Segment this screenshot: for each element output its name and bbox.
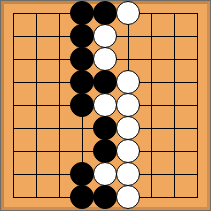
white-stone	[116, 185, 140, 209]
black-stone	[70, 93, 94, 117]
white-stone	[116, 116, 140, 140]
black-stone	[93, 185, 117, 209]
white-stone	[116, 1, 140, 25]
black-stone	[70, 185, 94, 209]
white-stone	[116, 93, 140, 117]
white-stone	[116, 162, 140, 186]
black-stone	[70, 162, 94, 186]
black-stone	[93, 139, 117, 163]
white-stone	[93, 47, 117, 71]
black-stone	[70, 70, 94, 94]
black-stone	[93, 116, 117, 140]
black-stone	[70, 1, 94, 25]
black-stone	[70, 24, 94, 48]
black-stone	[93, 70, 117, 94]
white-stone	[93, 24, 117, 48]
black-stone	[70, 47, 94, 71]
go-board[interactable]	[0, 0, 211, 211]
white-stone	[93, 162, 117, 186]
white-stone	[116, 139, 140, 163]
stones-layer	[1, 1, 210, 210]
black-stone	[93, 1, 117, 25]
white-stone	[93, 93, 117, 117]
white-stone	[116, 70, 140, 94]
